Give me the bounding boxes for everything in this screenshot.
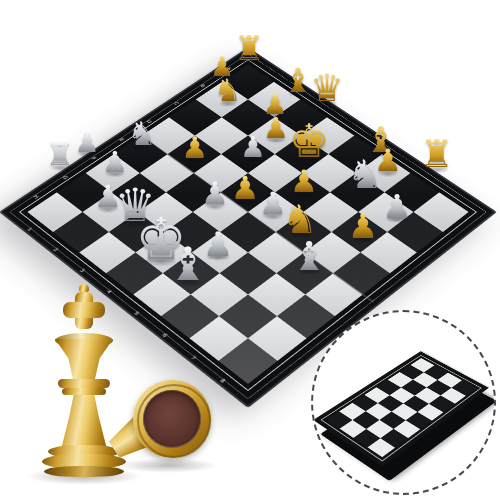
base-felt-pad <box>143 390 201 448</box>
rank-label: 1 <box>24 225 37 234</box>
rank-label: 7 <box>187 353 201 363</box>
magnetic-base-piece <box>100 366 230 481</box>
folded-board-inset <box>311 310 496 495</box>
file-label: C <box>170 99 182 107</box>
file-label: H <box>30 192 42 201</box>
rank-label: 3 <box>76 266 89 276</box>
king-cross-icon <box>63 302 105 318</box>
rank-label: 2 <box>49 245 62 254</box>
product-photo: ABCDEFGH12345678 ♜♟♝♞♛♟♟♞♝♟♚♟♟♜♜♟♟♞♟♟♟♟♟… <box>0 0 500 500</box>
file-label: G <box>59 173 71 182</box>
piece-shadow <box>118 458 218 473</box>
file-label: F <box>88 154 100 163</box>
file-label: A <box>223 65 235 73</box>
file-label: E <box>116 136 128 145</box>
rank-label: 6 <box>158 330 171 340</box>
folded-board-grid <box>326 358 476 457</box>
file-label: B <box>197 82 209 90</box>
file-label: D <box>143 117 155 125</box>
